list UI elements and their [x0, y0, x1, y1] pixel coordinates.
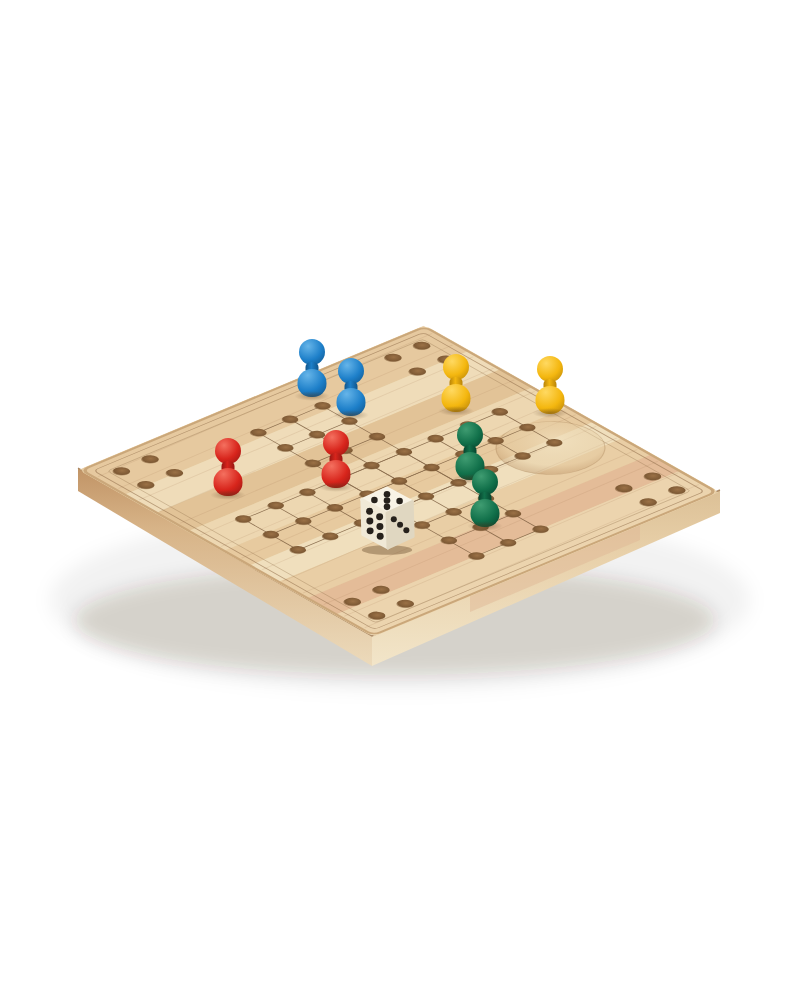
home-br-hole-2 — [340, 596, 365, 608]
die-face-right-pip-1 — [391, 516, 397, 522]
home-bl-hole-1 — [162, 467, 187, 479]
home-tr-hole-1 — [664, 484, 689, 496]
die-face-front-pip-1 — [366, 508, 373, 515]
die-face-front-pip-5 — [367, 527, 374, 534]
track-hole-8-4 — [496, 537, 520, 549]
track-hole-3-4 — [360, 460, 384, 472]
track-hole-4-3 — [419, 462, 443, 474]
track-hole-5-7 — [318, 531, 342, 543]
track-hole-7-3 — [501, 508, 525, 520]
home-bl-hole-2 — [109, 465, 134, 477]
track-hole-1-5 — [273, 442, 297, 454]
die-face-top-pip-2 — [384, 491, 391, 498]
die-face-top-pip-1 — [371, 497, 378, 504]
die-face-front-pip-2 — [376, 513, 383, 520]
die-face-front-pip-6 — [377, 533, 384, 540]
track-hole-3-6 — [296, 487, 320, 499]
home-tl-hole-2 — [380, 352, 405, 364]
red-2-base — [322, 460, 351, 488]
track-hole-3-2 — [424, 433, 448, 445]
die-face-top-pip-4 — [384, 504, 391, 511]
pawn-yellow-1[interactable] — [439, 354, 473, 412]
track-hole-4-6 — [323, 502, 347, 514]
pawn-blue-2[interactable] — [334, 358, 368, 416]
track-hole-3-0 — [488, 406, 512, 418]
product-photo-stage — [0, 0, 809, 1000]
die-face-right-pip-3 — [403, 527, 409, 533]
track-hole-5-0 — [543, 437, 567, 449]
track-hole-6-4 — [442, 506, 466, 518]
home-bl-hole-0 — [137, 453, 162, 465]
home-tr-hole-3 — [636, 496, 661, 508]
yellow-2-base — [536, 386, 565, 414]
track-hole-4-8 — [259, 529, 283, 541]
track-hole-0-4 — [278, 414, 302, 426]
track-hole-3-8 — [232, 513, 256, 525]
track-hole-5-1 — [511, 450, 535, 462]
home-br-hole-3 — [364, 610, 389, 622]
track-hole-0-5 — [246, 427, 270, 439]
pawn-red-2[interactable] — [319, 430, 353, 488]
pawn-red-1[interactable] — [211, 438, 245, 496]
home-br-hole-0 — [368, 584, 393, 596]
die-face-right-pip-2 — [397, 522, 403, 528]
track-hole-7-5 — [437, 535, 461, 547]
track-hole-8-3 — [528, 524, 552, 536]
pawn-blue-1[interactable] — [295, 339, 329, 397]
home-br-hole-1 — [393, 598, 418, 610]
home-tl-hole-0 — [409, 340, 434, 352]
track-hole-3-3 — [392, 446, 416, 458]
track-hole-8-5 — [464, 550, 488, 562]
track-hole-4-7 — [291, 515, 315, 527]
home-tl-hole-3 — [405, 366, 430, 378]
track-hole-0-3 — [310, 400, 334, 412]
die-face-top-pip-3 — [384, 497, 391, 504]
pawn-green-2[interactable] — [468, 469, 502, 527]
die-graphic — [356, 481, 418, 555]
die[interactable] — [356, 481, 418, 555]
home-tr-hole-2 — [611, 483, 636, 495]
die-face-top-pip-5 — [396, 498, 403, 505]
die-face-front-pip-3 — [366, 518, 373, 525]
yellow-1-base — [442, 384, 471, 412]
red-1-base — [214, 468, 243, 496]
pawn-yellow-2[interactable] — [533, 356, 567, 414]
home-bl-hole-3 — [133, 479, 158, 491]
green-2-base — [471, 499, 500, 527]
track-hole-3-7 — [264, 500, 288, 512]
track-hole-2-3 — [365, 431, 389, 443]
die-face-front-pip-4 — [376, 523, 383, 530]
track-hole-4-0 — [515, 422, 539, 434]
home-tr-hole-0 — [640, 471, 665, 483]
track-hole-5-8 — [286, 544, 310, 556]
blue-1-base — [298, 369, 327, 397]
blue-2-base — [337, 388, 366, 416]
